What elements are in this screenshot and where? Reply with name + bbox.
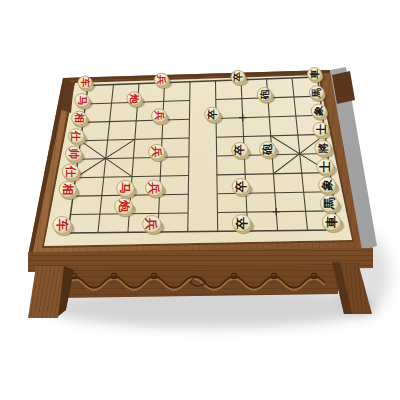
piece-char: 仕	[70, 130, 82, 142]
piece-black-horse-h10[interactable]: 馬	[309, 86, 327, 102]
piece-char: 卒	[233, 72, 244, 83]
piece-char: 卒	[207, 109, 218, 120]
piece-red-soldier-e4[interactable]: 兵	[149, 144, 169, 162]
piece-char: 车	[80, 77, 91, 88]
piece-black-soldier-g6[interactable]: 卒	[205, 107, 224, 124]
piece-char: 馬	[311, 87, 322, 98]
piece-black-soldier-i7[interactable]: 卒	[231, 70, 249, 86]
piece-black-advisor-f10[interactable]: 士	[313, 122, 332, 139]
piece-red-rook-i1[interactable]: 车	[78, 76, 96, 92]
piece-char: 兵	[150, 145, 163, 157]
piece-char: 兵	[156, 74, 167, 85]
piece-black-rook-i10[interactable]: 車	[308, 68, 326, 84]
piece-red-advisor-d1[interactable]: 仕	[62, 164, 82, 182]
piece-red-soldier-g4[interactable]: 兵	[152, 109, 171, 126]
position-marker-g7	[239, 114, 247, 122]
piece-char: 卒	[234, 180, 248, 193]
piece-char: 相	[61, 183, 75, 196]
piece-char: 相	[74, 112, 85, 123]
piece-black-advisor-d10[interactable]: 士	[317, 159, 337, 177]
board-grid	[68, 77, 338, 233]
piece-char: 士	[319, 160, 332, 173]
piece-red-rook-a1[interactable]: 车	[53, 217, 75, 236]
piece-red-cannon-h3[interactable]: 炮	[127, 92, 145, 108]
piece-red-advisor-f1[interactable]: 仕	[69, 129, 88, 146]
piece-char: 兵	[154, 110, 165, 121]
piece-char: 马	[118, 183, 132, 195]
piece-red-horse-h1[interactable]: 马	[75, 94, 93, 110]
piece-black-cannon-e8[interactable]: 砲	[259, 142, 279, 160]
piece-char: 象	[313, 105, 324, 117]
piece-black-cannon-h8[interactable]: 砲	[257, 88, 275, 104]
piece-char: 卒	[233, 144, 246, 155]
piece-black-elephant-c10[interactable]: 象	[319, 177, 340, 196]
piece-char: 炮	[117, 199, 131, 213]
piece-char: 卒	[234, 217, 249, 230]
piece-black-elephant-g10[interactable]: 象	[311, 104, 330, 121]
piece-char: 兵	[147, 182, 161, 194]
piece-char: 砲	[259, 89, 270, 100]
piece-char: 象	[320, 179, 334, 192]
piece-char: 仕	[64, 165, 77, 178]
piece-char: 馬	[322, 198, 336, 211]
piece-char: 車	[324, 215, 339, 228]
piece-black-soldier-c7[interactable]: 卒	[232, 179, 253, 198]
piece-red-horse-c3[interactable]: 马	[117, 180, 138, 199]
piece-red-soldier-c4[interactable]: 兵	[146, 180, 167, 199]
piece-char: 砲	[261, 144, 274, 156]
piece-char: 將	[317, 142, 330, 154]
piece-char: 炮	[129, 93, 140, 105]
piece-char: 兵	[144, 217, 159, 231]
piece-red-soldier-i4[interactable]: 兵	[155, 73, 173, 89]
piece-red-elephant-g1[interactable]: 相	[72, 111, 91, 128]
piece-char: 帅	[67, 147, 80, 159]
piece-red-general-e1[interactable]: 帅	[65, 146, 85, 164]
piece-black-soldier-e7[interactable]: 卒	[232, 142, 252, 160]
piece-char: 车	[55, 219, 70, 232]
piece-char: 马	[77, 95, 88, 105]
xiangqi-table-scene: 车兵卒車马炮砲馬相兵卒象仕士帅兵卒砲將仕士相马兵卒象炮馬车兵卒車	[0, 0, 400, 400]
position-marker-b8	[272, 208, 280, 216]
piece-black-general-e10[interactable]: 將	[315, 141, 335, 159]
piece-red-elephant-c1[interactable]: 相	[59, 181, 80, 200]
xiangqi-board: 车兵卒車马炮砲馬相兵卒象仕士帅兵卒砲將仕士相马兵卒象炮馬车兵卒車	[0, 0, 400, 400]
piece-char: 士	[315, 124, 327, 135]
piece-char: 車	[309, 69, 320, 80]
